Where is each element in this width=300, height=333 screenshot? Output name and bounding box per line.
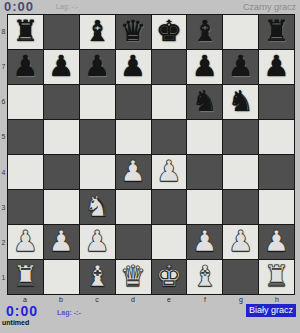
square-d4[interactable]: ♟ xyxy=(116,155,151,189)
square-d6[interactable] xyxy=(116,85,151,119)
white-player-name: Biały gracz xyxy=(246,304,296,317)
square-a5[interactable] xyxy=(8,120,43,154)
square-g5[interactable] xyxy=(223,120,258,154)
piece-white-pawn[interactable]: ♟ xyxy=(228,227,254,256)
piece-black-pawn[interactable]: ♟ xyxy=(192,52,218,81)
piece-white-bishop[interactable]: ♝ xyxy=(84,262,110,291)
rank-label-7: 7 xyxy=(0,49,7,84)
square-c1[interactable]: ♝ xyxy=(80,260,115,294)
piece-white-rook[interactable]: ♜ xyxy=(264,262,290,291)
square-b7[interactable]: ♟ xyxy=(44,50,79,84)
time-control-label: untimed xyxy=(2,319,29,326)
square-e2[interactable] xyxy=(152,225,187,259)
square-c5[interactable] xyxy=(80,120,115,154)
square-c2[interactable]: ♟ xyxy=(80,225,115,259)
rank-label-6: 6 xyxy=(0,84,7,119)
file-label-f: f xyxy=(187,295,223,304)
piece-white-knight[interactable]: ♞ xyxy=(84,192,110,221)
square-d5[interactable] xyxy=(116,120,151,154)
square-a4[interactable] xyxy=(8,155,43,189)
square-b8[interactable] xyxy=(44,15,79,49)
piece-black-bishop[interactable]: ♝ xyxy=(84,17,110,46)
square-d1[interactable]: ♛ xyxy=(116,260,151,294)
square-c8[interactable]: ♝ xyxy=(80,15,115,49)
rank-label-8: 8 xyxy=(0,14,7,49)
square-g7[interactable]: ♟ xyxy=(223,50,258,84)
file-label-c: c xyxy=(79,295,115,304)
square-f7[interactable]: ♟ xyxy=(187,50,222,84)
piece-white-pawn[interactable]: ♟ xyxy=(12,227,38,256)
square-c3[interactable]: ♞ xyxy=(80,190,115,224)
piece-white-pawn[interactable]: ♟ xyxy=(264,227,290,256)
square-h5[interactable] xyxy=(259,120,294,154)
square-h4[interactable] xyxy=(259,155,294,189)
piece-black-queen[interactable]: ♛ xyxy=(120,17,146,46)
rank-label-5: 5 xyxy=(0,119,7,154)
square-b6[interactable] xyxy=(44,85,79,119)
rank-label-3: 3 xyxy=(0,190,7,225)
file-labels: abcdefgh xyxy=(7,295,295,304)
piece-black-pawn[interactable]: ♟ xyxy=(48,52,74,81)
black-player-name: Czarny gracz xyxy=(243,2,296,12)
square-d3[interactable] xyxy=(116,190,151,224)
square-e1[interactable]: ♚ xyxy=(152,260,187,294)
piece-black-pawn[interactable]: ♟ xyxy=(120,52,146,81)
square-e3[interactable] xyxy=(152,190,187,224)
square-f5[interactable] xyxy=(187,120,222,154)
square-e8[interactable]: ♚ xyxy=(152,15,187,49)
file-label-g: g xyxy=(223,295,259,304)
square-h6[interactable] xyxy=(259,85,294,119)
chess-client-window: 0:00 Lag: -:- Czarny gracz 87654321 ♜♝♛♚… xyxy=(0,0,300,333)
rank-labels: 87654321 xyxy=(0,14,7,295)
square-b5[interactable] xyxy=(44,120,79,154)
piece-black-bishop[interactable]: ♝ xyxy=(192,17,218,46)
square-e6[interactable] xyxy=(152,85,187,119)
square-a8[interactable]: ♜ xyxy=(8,15,43,49)
square-a2[interactable]: ♟ xyxy=(8,225,43,259)
square-e5[interactable] xyxy=(152,120,187,154)
square-g4[interactable] xyxy=(223,155,258,189)
square-b1[interactable] xyxy=(44,260,79,294)
square-c6[interactable] xyxy=(80,85,115,119)
rank-label-4: 4 xyxy=(0,155,7,190)
chess-board: ♜♝♛♚♝♜♟♟♟♟♟♟♟♞♞♟♟♞♟♟♟♟♟♟♜♝♛♚♝♜ xyxy=(7,14,295,295)
piece-black-knight[interactable]: ♞ xyxy=(192,87,218,116)
square-e7[interactable] xyxy=(152,50,187,84)
square-f3[interactable] xyxy=(187,190,222,224)
square-f6[interactable]: ♞ xyxy=(187,85,222,119)
square-g3[interactable] xyxy=(223,190,258,224)
black-clock: 0:00 xyxy=(4,0,34,14)
square-d2[interactable] xyxy=(116,225,151,259)
rank-label-1: 1 xyxy=(0,260,7,295)
piece-black-knight[interactable]: ♞ xyxy=(228,87,254,116)
piece-black-pawn[interactable]: ♟ xyxy=(84,52,110,81)
square-g8[interactable] xyxy=(223,15,258,49)
file-label-d: d xyxy=(115,295,151,304)
white-lag-indicator: Lag: -:- xyxy=(57,309,81,316)
piece-white-rook[interactable]: ♜ xyxy=(12,262,38,291)
piece-black-rook[interactable]: ♜ xyxy=(264,17,290,46)
piece-white-pawn[interactable]: ♟ xyxy=(192,227,218,256)
piece-black-pawn[interactable]: ♟ xyxy=(228,52,254,81)
piece-white-pawn[interactable]: ♟ xyxy=(84,227,110,256)
black-lag-indicator: Lag: -:- xyxy=(56,3,78,10)
square-h3[interactable] xyxy=(259,190,294,224)
piece-black-pawn[interactable]: ♟ xyxy=(12,52,38,81)
square-f2[interactable]: ♟ xyxy=(187,225,222,259)
piece-black-rook[interactable]: ♜ xyxy=(12,17,38,46)
file-label-b: b xyxy=(43,295,79,304)
white-clock: 0:00 xyxy=(6,303,38,319)
square-h8[interactable]: ♜ xyxy=(259,15,294,49)
piece-white-pawn[interactable]: ♟ xyxy=(120,157,146,186)
square-g1[interactable] xyxy=(223,260,258,294)
square-h1[interactable]: ♜ xyxy=(259,260,294,294)
square-h7[interactable]: ♟ xyxy=(259,50,294,84)
piece-white-king[interactable]: ♚ xyxy=(156,262,182,291)
square-f1[interactable]: ♝ xyxy=(187,260,222,294)
square-h2[interactable]: ♟ xyxy=(259,225,294,259)
square-a7[interactable]: ♟ xyxy=(8,50,43,84)
square-c7[interactable]: ♟ xyxy=(80,50,115,84)
square-b2[interactable]: ♟ xyxy=(44,225,79,259)
square-d8[interactable]: ♛ xyxy=(116,15,151,49)
square-e4[interactable]: ♟ xyxy=(152,155,187,189)
square-c4[interactable] xyxy=(80,155,115,189)
square-f8[interactable]: ♝ xyxy=(187,15,222,49)
piece-black-king[interactable]: ♚ xyxy=(156,17,182,46)
file-label-h: h xyxy=(259,295,295,304)
square-g2[interactable]: ♟ xyxy=(223,225,258,259)
square-f4[interactable] xyxy=(187,155,222,189)
piece-white-queen[interactable]: ♛ xyxy=(120,262,146,291)
piece-white-pawn[interactable]: ♟ xyxy=(48,227,74,256)
square-a1[interactable]: ♜ xyxy=(8,260,43,294)
piece-white-pawn[interactable]: ♟ xyxy=(156,157,182,186)
square-a6[interactable] xyxy=(8,85,43,119)
file-label-e: e xyxy=(151,295,187,304)
square-b4[interactable] xyxy=(44,155,79,189)
square-d7[interactable]: ♟ xyxy=(116,50,151,84)
square-a3[interactable] xyxy=(8,190,43,224)
rank-label-2: 2 xyxy=(0,225,7,260)
square-b3[interactable] xyxy=(44,190,79,224)
piece-white-bishop[interactable]: ♝ xyxy=(192,262,218,291)
piece-black-pawn[interactable]: ♟ xyxy=(264,52,290,81)
square-g6[interactable]: ♞ xyxy=(223,85,258,119)
